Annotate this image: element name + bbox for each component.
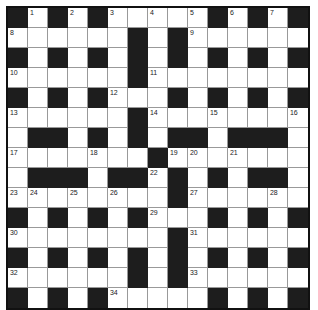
block-cell	[48, 248, 68, 268]
grid-cell[interactable]	[68, 268, 88, 288]
grid-cell[interactable]	[268, 288, 288, 308]
grid-cell[interactable]: 18	[88, 148, 108, 168]
grid-cell[interactable]	[108, 128, 128, 148]
clue-number: 14	[150, 109, 157, 116]
block-cell	[128, 48, 148, 68]
grid-cell[interactable]	[128, 88, 148, 108]
block-cell	[168, 48, 188, 68]
grid-cell[interactable]: 32	[8, 268, 28, 288]
clue-number: 20	[190, 149, 197, 156]
grid-cell[interactable]	[228, 88, 248, 108]
block-cell	[48, 128, 68, 148]
grid-cell[interactable]	[148, 88, 168, 108]
grid-cell[interactable]	[48, 148, 68, 168]
grid-cell[interactable]	[188, 108, 208, 128]
grid-cell[interactable]: 22	[148, 168, 168, 188]
grid-cell[interactable]: 30	[8, 228, 28, 248]
grid-cell[interactable]	[208, 148, 228, 168]
grid-cell[interactable]: 28	[268, 188, 288, 208]
grid-cell[interactable]	[28, 268, 48, 288]
block-cell	[288, 248, 308, 268]
grid-cell[interactable]	[28, 108, 48, 128]
grid-cell[interactable]: 24	[28, 188, 48, 208]
grid-cell[interactable]	[288, 128, 308, 148]
grid-cell[interactable]	[28, 68, 48, 88]
grid-cell[interactable]	[248, 68, 268, 88]
grid-cell[interactable]	[228, 288, 248, 308]
clue-number: 29	[150, 209, 157, 216]
grid-cell[interactable]	[68, 208, 88, 228]
grid-cell[interactable]	[28, 228, 48, 248]
grid-cell[interactable]	[268, 108, 288, 128]
block-cell	[128, 128, 148, 148]
block-cell	[8, 288, 28, 308]
block-cell	[168, 28, 188, 48]
grid-cell[interactable]	[268, 88, 288, 108]
grid-cell[interactable]	[288, 188, 308, 208]
block-cell	[168, 128, 188, 148]
block-cell	[288, 208, 308, 228]
grid-cell[interactable]	[48, 228, 68, 248]
grid-cell[interactable]: 27	[188, 188, 208, 208]
clue-number: 12	[110, 89, 117, 96]
grid-cell[interactable]	[68, 248, 88, 268]
block-cell	[208, 88, 228, 108]
grid-cell[interactable]	[268, 148, 288, 168]
grid-cell[interactable]	[168, 8, 188, 28]
grid-cell[interactable]	[188, 68, 208, 88]
block-cell	[48, 48, 68, 68]
block-cell	[268, 128, 288, 148]
grid-cell[interactable]	[288, 28, 308, 48]
grid-cell[interactable]	[288, 68, 308, 88]
block-cell	[128, 208, 148, 228]
grid-cell[interactable]	[248, 148, 268, 168]
block-cell	[248, 168, 268, 188]
block-cell	[128, 248, 148, 268]
grid-cell[interactable]	[228, 48, 248, 68]
clue-number: 9	[190, 29, 194, 36]
grid-cell[interactable]	[28, 28, 48, 48]
grid-cell[interactable]: 14	[148, 108, 168, 128]
grid-cell[interactable]	[248, 28, 268, 48]
clue-number: 13	[10, 109, 17, 116]
block-cell	[168, 188, 188, 208]
block-cell	[128, 108, 148, 128]
grid-cell[interactable]	[268, 248, 288, 268]
grid-cell[interactable]: 5	[188, 8, 208, 28]
grid-cell[interactable]	[248, 188, 268, 208]
block-cell	[148, 148, 168, 168]
grid-cell[interactable]	[268, 48, 288, 68]
clue-number: 32	[10, 269, 17, 276]
grid-cell[interactable]: 20	[188, 148, 208, 168]
grid-cell[interactable]	[288, 268, 308, 288]
grid-cell[interactable]	[188, 288, 208, 308]
grid-cell[interactable]: 31	[188, 228, 208, 248]
grid-cell[interactable]	[88, 268, 108, 288]
block-cell	[208, 8, 228, 28]
block-cell	[88, 128, 108, 148]
grid-cell[interactable]	[68, 228, 88, 248]
grid-cell[interactable]	[88, 108, 108, 128]
grid-cell[interactable]	[228, 168, 248, 188]
grid-cell[interactable]	[268, 28, 288, 48]
grid-cell[interactable]	[68, 28, 88, 48]
grid-cell[interactable]	[108, 268, 128, 288]
grid-cell[interactable]: 3	[108, 8, 128, 28]
clue-number: 8	[10, 29, 14, 36]
grid-cell[interactable]	[68, 88, 88, 108]
grid-cell[interactable]	[68, 148, 88, 168]
block-cell	[8, 248, 28, 268]
clue-number: 33	[190, 269, 197, 276]
grid-cell[interactable]	[128, 148, 148, 168]
block-cell	[248, 248, 268, 268]
clue-number: 23	[10, 189, 17, 196]
block-cell	[28, 128, 48, 148]
grid-cell[interactable]	[288, 148, 308, 168]
grid-cell[interactable]	[268, 268, 288, 288]
grid-cell[interactable]: 17	[8, 148, 28, 168]
grid-cell[interactable]	[68, 48, 88, 68]
grid-cell[interactable]	[28, 48, 48, 68]
block-cell	[168, 228, 188, 248]
clue-number: 28	[270, 189, 277, 196]
block-cell	[128, 68, 148, 88]
grid-cell[interactable]	[228, 188, 248, 208]
block-cell	[208, 248, 228, 268]
grid-cell[interactable]	[68, 68, 88, 88]
grid-cell[interactable]	[108, 48, 128, 68]
block-cell	[248, 208, 268, 228]
grid-cell[interactable]	[68, 288, 88, 308]
grid-cell[interactable]: 23	[8, 188, 28, 208]
clue-number: 25	[70, 189, 77, 196]
block-cell	[48, 168, 68, 188]
clue-number: 15	[210, 109, 217, 116]
grid-cell[interactable]	[148, 188, 168, 208]
clue-number: 21	[230, 149, 237, 156]
block-cell	[168, 168, 188, 188]
block-cell	[268, 168, 288, 188]
grid-cell[interactable]: 4	[148, 8, 168, 28]
grid-cell[interactable]	[268, 208, 288, 228]
block-cell	[248, 88, 268, 108]
grid-cell[interactable]	[68, 108, 88, 128]
clue-number: 34	[110, 289, 117, 296]
block-cell	[288, 8, 308, 28]
block-cell	[88, 88, 108, 108]
grid-cell[interactable]: 33	[188, 268, 208, 288]
block-cell	[248, 8, 268, 28]
grid-cell[interactable]	[228, 208, 248, 228]
block-cell	[88, 8, 108, 28]
grid-cell[interactable]	[48, 108, 68, 128]
grid-cell[interactable]	[108, 208, 128, 228]
grid-cell[interactable]	[168, 68, 188, 88]
grid-cell[interactable]	[188, 88, 208, 108]
grid-cell[interactable]	[28, 88, 48, 108]
block-cell	[8, 208, 28, 228]
grid-cell[interactable]	[228, 268, 248, 288]
clue-number: 24	[30, 189, 37, 196]
grid-cell[interactable]	[88, 228, 108, 248]
grid-cell[interactable]: 15	[208, 108, 228, 128]
grid-cell[interactable]	[148, 128, 168, 148]
grid-cell[interactable]	[148, 228, 168, 248]
block-cell	[88, 288, 108, 308]
block-cell	[48, 208, 68, 228]
grid-cell[interactable]: 9	[188, 28, 208, 48]
grid-cell[interactable]: 6	[228, 8, 248, 28]
grid-cell[interactable]	[228, 228, 248, 248]
block-cell	[88, 248, 108, 268]
grid-cell[interactable]	[28, 148, 48, 168]
grid-cell[interactable]: 1	[28, 8, 48, 28]
grid-cell[interactable]	[148, 248, 168, 268]
grid-cell[interactable]	[268, 68, 288, 88]
grid-cell[interactable]: 8	[8, 28, 28, 48]
clue-number: 17	[10, 149, 17, 156]
grid-cell[interactable]	[8, 168, 28, 188]
grid-cell[interactable]	[148, 288, 168, 308]
grid-cell[interactable]: 2	[68, 8, 88, 28]
clue-number: 27	[190, 189, 197, 196]
grid-cell[interactable]	[168, 208, 188, 228]
grid-cell[interactable]	[28, 208, 48, 228]
grid-cell[interactable]	[28, 288, 48, 308]
grid-cell[interactable]	[48, 68, 68, 88]
grid-cell[interactable]	[108, 148, 128, 168]
grid-cell[interactable]: 16	[288, 108, 308, 128]
clue-number: 5	[190, 9, 194, 16]
clue-number: 31	[190, 229, 197, 236]
clue-number: 18	[90, 149, 97, 156]
grid-cell[interactable]	[128, 8, 148, 28]
clue-number: 10	[10, 69, 17, 76]
block-cell	[128, 168, 148, 188]
grid-cell[interactable]: 10	[8, 68, 28, 88]
grid-cell[interactable]	[88, 68, 108, 88]
grid-cell[interactable]	[128, 288, 148, 308]
block-cell	[288, 288, 308, 308]
block-cell	[168, 268, 188, 288]
block-cell	[128, 268, 148, 288]
grid-cell[interactable]	[88, 188, 108, 208]
grid-cell[interactable]: 7	[268, 8, 288, 28]
block-cell	[248, 128, 268, 148]
block-cell	[108, 168, 128, 188]
grid-cell[interactable]	[248, 228, 268, 248]
grid-cell[interactable]	[108, 248, 128, 268]
grid-cell[interactable]: 11	[148, 68, 168, 88]
grid-cell[interactable]	[288, 228, 308, 248]
grid-cell[interactable]	[68, 128, 88, 148]
block-cell	[8, 8, 28, 28]
grid-cell[interactable]	[228, 248, 248, 268]
grid-cell[interactable]	[8, 128, 28, 148]
grid-cell[interactable]	[48, 268, 68, 288]
block-cell	[168, 88, 188, 108]
grid-cell[interactable]: 34	[108, 288, 128, 308]
grid-cell[interactable]	[88, 168, 108, 188]
grid-cell[interactable]	[28, 248, 48, 268]
clue-number: 22	[150, 169, 157, 176]
clue-number: 3	[110, 9, 114, 16]
grid-cell[interactable]	[148, 48, 168, 68]
grid-cell[interactable]: 12	[108, 88, 128, 108]
grid-cell[interactable]	[48, 28, 68, 48]
grid-cell[interactable]	[188, 168, 208, 188]
grid-cell[interactable]	[108, 108, 128, 128]
block-cell	[288, 48, 308, 68]
grid-cell[interactable]: 13	[8, 108, 28, 128]
clue-number: 16	[290, 109, 297, 116]
clue-number: 1	[30, 9, 34, 16]
grid-cell[interactable]	[168, 108, 188, 128]
grid-cell[interactable]: 29	[148, 208, 168, 228]
grid-cell[interactable]	[208, 188, 228, 208]
grid-cell[interactable]: 26	[108, 188, 128, 208]
grid-cell[interactable]	[208, 228, 228, 248]
grid-cell[interactable]	[128, 188, 148, 208]
grid-cell[interactable]	[248, 268, 268, 288]
block-cell	[248, 288, 268, 308]
block-cell	[8, 88, 28, 108]
block-cell	[208, 48, 228, 68]
block-cell	[228, 128, 248, 148]
block-cell	[208, 288, 228, 308]
block-cell	[208, 168, 228, 188]
block-cell	[88, 208, 108, 228]
grid-cell[interactable]	[228, 68, 248, 88]
grid-cell[interactable]	[208, 268, 228, 288]
clue-number: 7	[270, 9, 274, 16]
grid-cell[interactable]	[208, 28, 228, 48]
block-cell	[48, 88, 68, 108]
block-cell	[188, 128, 208, 148]
clue-number: 30	[10, 229, 17, 236]
grid-cell[interactable]	[148, 28, 168, 48]
block-cell	[28, 168, 48, 188]
grid-cell[interactable]: 25	[68, 188, 88, 208]
grid-cell[interactable]	[128, 228, 148, 248]
clue-number: 2	[70, 9, 74, 16]
clue-number: 26	[110, 189, 117, 196]
block-cell	[8, 48, 28, 68]
block-cell	[128, 28, 148, 48]
clue-number: 4	[150, 9, 154, 16]
grid-cell[interactable]	[108, 228, 128, 248]
block-cell	[248, 48, 268, 68]
grid-cell[interactable]	[248, 108, 268, 128]
grid-cell[interactable]	[288, 168, 308, 188]
grid-cell[interactable]	[88, 28, 108, 48]
grid-cell[interactable]	[268, 228, 288, 248]
clue-number: 11	[150, 69, 157, 76]
grid-cell[interactable]	[208, 128, 228, 148]
grid-cell[interactable]	[188, 48, 208, 68]
block-cell	[48, 288, 68, 308]
block-cell	[88, 48, 108, 68]
grid-cell[interactable]	[148, 268, 168, 288]
grid-cell[interactable]	[188, 248, 208, 268]
grid-cell[interactable]: 19	[168, 148, 188, 168]
grid-cell[interactable]	[168, 288, 188, 308]
grid-cell[interactable]	[228, 108, 248, 128]
grid-cell[interactable]: 21	[228, 148, 248, 168]
grid-cell[interactable]	[108, 28, 128, 48]
block-cell	[168, 248, 188, 268]
crossword-grid: 1234567891011121314151617181920212223242…	[6, 6, 310, 310]
block-cell	[288, 88, 308, 108]
grid-cell[interactable]	[188, 208, 208, 228]
grid-cell[interactable]	[208, 68, 228, 88]
block-cell	[208, 208, 228, 228]
grid-cell[interactable]	[48, 188, 68, 208]
block-cell	[48, 8, 68, 28]
clue-number: 6	[230, 9, 234, 16]
grid-cell[interactable]	[228, 28, 248, 48]
clue-number: 19	[170, 149, 177, 156]
block-cell	[68, 168, 88, 188]
grid-cell[interactable]	[108, 68, 128, 88]
